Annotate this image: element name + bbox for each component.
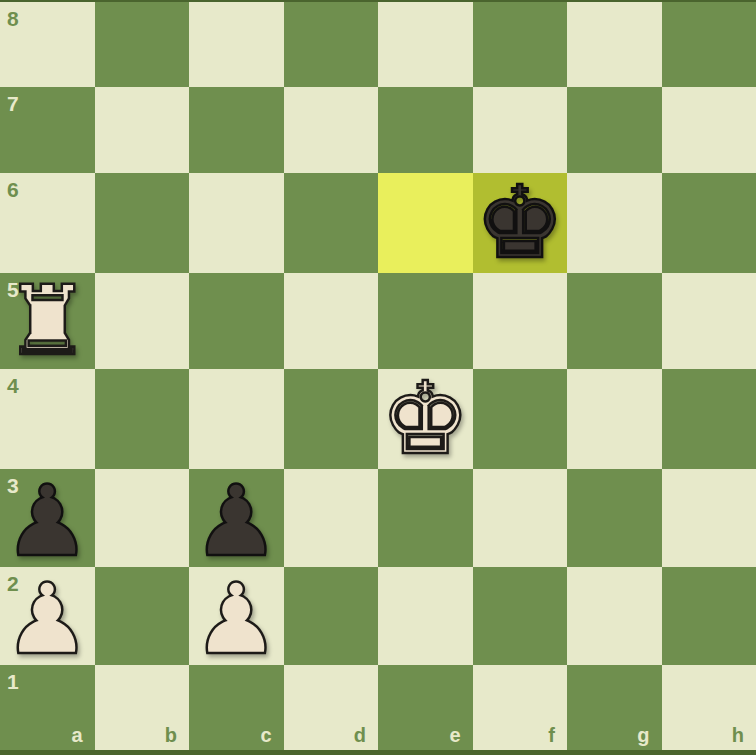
white-pawn-c2[interactable]: ♟ <box>192 570 280 668</box>
square-b2[interactable] <box>95 567 190 665</box>
square-d6[interactable] <box>284 173 379 273</box>
file-label-a: a <box>71 725 82 745</box>
square-d5[interactable] <box>284 273 379 369</box>
square-b5[interactable] <box>95 273 190 369</box>
square-f7[interactable] <box>473 87 568 172</box>
square-e3[interactable] <box>378 469 473 567</box>
square-c4[interactable] <box>189 369 284 469</box>
black-king-f6[interactable]: ♚ <box>475 173 565 273</box>
square-e1[interactable]: e <box>378 665 473 750</box>
rank-label-4: 4 <box>7 375 19 396</box>
square-e4[interactable]: ♚ <box>378 369 473 469</box>
square-e7[interactable] <box>378 87 473 172</box>
square-f1[interactable]: f <box>473 665 568 750</box>
square-f8[interactable] <box>473 2 568 87</box>
rank-label-1: 1 <box>7 671 19 692</box>
square-b8[interactable] <box>95 2 190 87</box>
square-f4[interactable] <box>473 369 568 469</box>
square-c1[interactable]: c <box>189 665 284 750</box>
square-g7[interactable] <box>567 87 662 172</box>
rank-label-7: 7 <box>7 93 19 114</box>
square-a4[interactable]: 4 <box>0 369 95 469</box>
file-label-b: b <box>165 725 177 745</box>
square-b7[interactable] <box>95 87 190 172</box>
square-f2[interactable] <box>473 567 568 665</box>
square-b6[interactable] <box>95 173 190 273</box>
square-h7[interactable] <box>662 87 756 172</box>
square-c5[interactable] <box>189 273 284 369</box>
rank-label-8: 8 <box>7 8 19 29</box>
square-g8[interactable] <box>567 2 662 87</box>
square-a8[interactable]: 8 <box>0 2 95 87</box>
square-g1[interactable]: g <box>567 665 662 750</box>
square-e8[interactable] <box>378 2 473 87</box>
square-a1[interactable]: 1a <box>0 665 95 750</box>
file-label-e: e <box>449 725 460 745</box>
white-rook-a5[interactable]: ♜ <box>4 273 90 369</box>
square-g3[interactable] <box>567 469 662 567</box>
square-a5[interactable]: 5♜ <box>0 273 95 369</box>
square-c3[interactable]: ♟ <box>189 469 284 567</box>
black-pawn-c3[interactable]: ♟ <box>192 472 280 570</box>
square-b1[interactable]: b <box>95 665 190 750</box>
square-a7[interactable]: 7 <box>0 87 95 172</box>
chess-board: 876♚5♜4♚3♟♟2♟♟1abcdefgh <box>0 2 756 750</box>
square-a2[interactable]: 2♟ <box>0 567 95 665</box>
square-h6[interactable] <box>662 173 756 273</box>
square-a3[interactable]: 3♟ <box>0 469 95 567</box>
square-f3[interactable] <box>473 469 568 567</box>
file-label-c: c <box>260 725 271 745</box>
square-d1[interactable]: d <box>284 665 379 750</box>
square-h4[interactable] <box>662 369 756 469</box>
square-h5[interactable] <box>662 273 756 369</box>
square-d7[interactable] <box>284 87 379 172</box>
square-h8[interactable] <box>662 2 756 87</box>
square-h2[interactable] <box>662 567 756 665</box>
file-label-f: f <box>548 725 555 745</box>
square-a6[interactable]: 6 <box>0 173 95 273</box>
square-g6[interactable] <box>567 173 662 273</box>
black-pawn-a3[interactable]: ♟ <box>3 472 91 570</box>
file-label-d: d <box>354 725 366 745</box>
square-d8[interactable] <box>284 2 379 87</box>
square-e6[interactable] <box>378 173 473 273</box>
square-d3[interactable] <box>284 469 379 567</box>
chess-app-page: 876♚5♜4♚3♟♟2♟♟1abcdefgh <box>0 0 756 755</box>
square-d4[interactable] <box>284 369 379 469</box>
square-h1[interactable]: h <box>662 665 756 750</box>
square-f6[interactable]: ♚ <box>473 173 568 273</box>
rank-label-6: 6 <box>7 179 19 200</box>
white-pawn-a2[interactable]: ♟ <box>3 570 91 668</box>
file-label-g: g <box>637 725 649 745</box>
square-c6[interactable] <box>189 173 284 273</box>
square-f5[interactable] <box>473 273 568 369</box>
square-c2[interactable]: ♟ <box>189 567 284 665</box>
square-g2[interactable] <box>567 567 662 665</box>
square-b3[interactable] <box>95 469 190 567</box>
square-e2[interactable] <box>378 567 473 665</box>
square-h3[interactable] <box>662 469 756 567</box>
white-king-e4[interactable]: ♚ <box>380 369 470 469</box>
file-label-h: h <box>732 725 744 745</box>
square-g4[interactable] <box>567 369 662 469</box>
square-c8[interactable] <box>189 2 284 87</box>
square-c7[interactable] <box>189 87 284 172</box>
square-d2[interactable] <box>284 567 379 665</box>
square-g5[interactable] <box>567 273 662 369</box>
square-e5[interactable] <box>378 273 473 369</box>
square-b4[interactable] <box>95 369 190 469</box>
